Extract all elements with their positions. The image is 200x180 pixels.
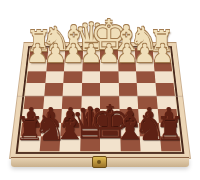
chess-set-photo: ♜♞♝♛♚♝♞♜♟♟♟♟♟♟♟♟♟♟♟♟♟♟♟♟♜♞♝♛♚♝♞♜: [0, 0, 200, 180]
pieces-layer: ♜♞♝♛♚♝♞♜♟♟♟♟♟♟♟♟♟♟♟♟♟♟♟♟♜♞♝♛♚♝♞♜: [0, 0, 200, 180]
piece-light-pawn[interactable]: ♟: [138, 42, 188, 67]
brass-latch-icon: [92, 156, 107, 168]
piece-dark-rook[interactable]: ♜: [137, 113, 200, 146]
